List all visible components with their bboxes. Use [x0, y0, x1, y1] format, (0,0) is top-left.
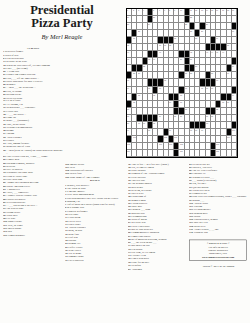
cell-number: 4: [143, 9, 144, 11]
cell-number: 14: [206, 9, 208, 11]
cell-number: 53: [195, 65, 197, 67]
cell-number: 110: [127, 150, 130, 152]
clue-column-b: 106 Smoky solids107 Help108 Notorious ra…: [65, 162, 125, 321]
cell-number: 96: [169, 129, 171, 131]
cell-number: 84: [159, 115, 161, 117]
clue-item: 83 Academic: [128, 267, 186, 270]
cell-number: 95: [148, 129, 150, 131]
cell-number: 33: [195, 37, 197, 39]
cell-number: 112: [216, 150, 219, 152]
cell-number: 109: [216, 143, 219, 145]
cell-number: 49: [153, 58, 155, 60]
down-clue-list: 1 Bender, low-calorie?2 The town in Jaws…: [65, 183, 125, 261]
cell-number: 43: [206, 51, 208, 53]
cell-number: 7: [164, 9, 165, 11]
cell-number: 61: [127, 79, 129, 81]
grid-cell: [232, 72, 237, 79]
cell-number: 55: [133, 72, 135, 74]
cell-number: 73: [180, 94, 182, 96]
cell-number: 60: [227, 72, 229, 74]
grid-cell: [232, 16, 237, 23]
cell-number: 1: [127, 9, 128, 11]
copyright-notice: Puzzle © 2017 by M. Reagle: [189, 264, 248, 267]
cell-number: 57: [185, 72, 187, 74]
grid-cell: [232, 143, 237, 150]
cell-number: 17: [222, 9, 224, 11]
cell-number: 32: [174, 37, 176, 39]
cell-number: 6: [159, 9, 160, 11]
cell-number: 70: [211, 87, 213, 89]
grid-cell: [232, 79, 237, 86]
cell-number: 78: [222, 101, 224, 103]
across-header: ACROSS: [3, 46, 63, 49]
cell-number: 26: [206, 23, 208, 25]
cell-number: 105: [127, 143, 130, 145]
grid-cell: 30: [232, 30, 237, 37]
cell-number: 82: [216, 108, 218, 110]
grid-black-cell: [232, 87, 237, 94]
cell-number: 102: [164, 136, 167, 138]
cell-number: 12: [195, 9, 197, 11]
cell-number: 56: [138, 72, 140, 74]
cell-number: 15: [211, 9, 213, 11]
grid-cell: 54: [232, 65, 237, 72]
cell-number: 27: [138, 30, 140, 32]
cell-number: 64: [127, 87, 129, 89]
cell-number: 29: [201, 30, 203, 32]
cell-number: 103: [174, 136, 177, 138]
grid-cell: 74: [232, 94, 237, 101]
cell-number: 85: [174, 115, 176, 117]
cell-number: 54: [232, 65, 234, 67]
fans-box-url: www.sundaycrosswords.com: [191, 255, 246, 258]
puzzle-fans-box: * PUZZLE FANS! * For info on Merl's Sund…: [189, 240, 246, 261]
cell-number: 71: [138, 94, 140, 96]
cell-number: 47: [127, 58, 129, 60]
grid-cell: [232, 150, 237, 157]
cell-number: 89: [127, 122, 129, 124]
cell-number: 65: [148, 87, 150, 89]
cell-number: 87: [206, 115, 208, 117]
cell-number: 45: [216, 51, 218, 53]
puzzle-title-line2: Pizza Party: [0, 17, 124, 30]
crossword-page: Presidential Pizza Party By Merl Reagle …: [0, 0, 250, 323]
cell-number: 111: [180, 150, 183, 152]
cell-number: 66: [159, 87, 161, 89]
cell-number: 20: [127, 16, 129, 18]
grid-cell: [232, 51, 237, 58]
cell-number: 62: [164, 79, 166, 81]
cell-number: 8: [169, 9, 170, 11]
cell-number: 51: [190, 58, 192, 60]
clue-item: 105 Comic Margaret: [3, 233, 63, 236]
cell-number: 90: [138, 122, 140, 124]
cell-number: 92: [153, 122, 155, 124]
cell-number: 63: [216, 79, 218, 81]
cell-number: 38: [169, 44, 171, 46]
clue-item: 58 ... then (with 78 Across) the usual h…: [3, 148, 63, 154]
grid-cell: [232, 115, 237, 122]
clue-item: 35 Cpl.'s superior: [65, 258, 125, 261]
cell-number: 99: [201, 129, 203, 131]
cell-number: 25: [185, 23, 187, 25]
grid-cell: [232, 37, 237, 44]
cell-number: 16: [216, 9, 218, 11]
down-header: DOWN: [65, 179, 125, 182]
clue-column-c: 36 "She is fair ... as a fair day" (Shak…: [128, 162, 186, 321]
cell-number: 40: [127, 51, 129, 53]
cell-number: 10: [180, 9, 182, 11]
cell-number: 74: [232, 94, 234, 96]
cell-number: 23: [127, 23, 129, 25]
cell-number: 41: [159, 51, 161, 53]
cell-number: 52: [143, 65, 145, 67]
cell-number: 21: [153, 16, 155, 18]
cell-number: 9: [174, 9, 175, 11]
cell-number: 59: [211, 72, 213, 74]
cell-number: 36: [159, 44, 161, 46]
cell-number: 91: [143, 122, 145, 124]
fans-box-heading: * PUZZLE FANS! *: [191, 242, 246, 245]
cell-number: 2: [133, 9, 134, 11]
grid-cell: [232, 108, 237, 115]
cell-number: 50: [180, 58, 182, 60]
down-clue-list-end: 84 Helen Reddy hit85 Scolded, '70s-style…: [189, 162, 248, 234]
cell-number: 75: [133, 101, 135, 103]
cell-number: 11: [190, 9, 192, 11]
cell-number: 88: [211, 115, 213, 117]
cell-number: 81: [185, 108, 187, 110]
grid-cell: 19: [232, 9, 237, 16]
grid-cell: [232, 101, 237, 108]
cell-number: 46: [222, 51, 224, 53]
cell-number: 30: [232, 30, 234, 32]
cell-number: 35: [127, 44, 129, 46]
cell-number: 104: [227, 136, 230, 138]
cell-number: 68: [201, 87, 203, 89]
grid-cell: [232, 44, 237, 51]
cell-number: 67: [185, 87, 187, 89]
cell-number: 108: [180, 143, 183, 145]
cell-number: 24: [148, 23, 150, 25]
cell-number: 77: [180, 101, 182, 103]
cell-number: 42: [190, 51, 192, 53]
cell-number: 93: [206, 122, 208, 124]
title-block: Presidential Pizza Party By Merl Reagle: [0, 4, 124, 40]
cell-number: 98: [195, 129, 197, 131]
cell-number: 101: [133, 136, 136, 138]
cell-number: 37: [164, 44, 166, 46]
cell-number: 22: [190, 16, 192, 18]
cell-number: 3: [138, 9, 139, 11]
across-clue-list: 1 Reservoir former4 Word of woe8 KGB pre…: [3, 50, 63, 236]
cell-number: 58: [190, 72, 192, 74]
cell-number: 79: [227, 101, 229, 103]
down-clue-list-continued: 36 "She is fair ... as a fair day" (Shak…: [128, 162, 186, 270]
cell-number: 107: [169, 143, 172, 145]
crossword-grid: 1234567891011121314151617181920212223242…: [126, 8, 238, 158]
cell-number: 76: [169, 101, 171, 103]
puzzle-byline: By Merl Reagle: [0, 33, 124, 40]
cell-number: 44: [211, 51, 213, 53]
cell-number: 97: [190, 129, 192, 131]
cell-number: 5: [153, 9, 154, 11]
cell-number: 83: [127, 115, 129, 117]
clue-item: 112 Teachers' org.: [189, 231, 248, 234]
cell-number: 34: [216, 37, 218, 39]
cell-number: 80: [127, 108, 129, 110]
grid-cell: [232, 136, 237, 143]
grid-cell: 100: [232, 129, 237, 136]
cell-number: 39: [227, 44, 229, 46]
clue-column-d: 84 Helen Reddy hit85 Scolded, '70s-style…: [189, 162, 248, 321]
cell-number: 13: [201, 9, 203, 11]
across-clue-list-continued: 106 Smoky solids107 Help108 Notorious ra…: [65, 162, 125, 178]
cell-number: 69: [206, 87, 208, 89]
cell-number: 18: [227, 9, 229, 11]
grid-black-cell: [232, 122, 237, 129]
cell-number: 48: [148, 58, 150, 60]
cell-number: 94: [127, 129, 129, 131]
cell-number: 31: [133, 37, 135, 39]
clue-column-across: ACROSS 1 Reservoir former4 Word of woe8 …: [3, 44, 63, 321]
cell-number: 86: [180, 115, 182, 117]
clue-item: 120 Stage name of Amy Camus?: [65, 175, 125, 178]
cell-number: 100: [232, 129, 235, 131]
cell-number: 106: [159, 143, 162, 145]
cell-number: 28: [190, 30, 192, 32]
cell-number: 19: [232, 9, 234, 11]
cell-number: 72: [153, 94, 155, 96]
